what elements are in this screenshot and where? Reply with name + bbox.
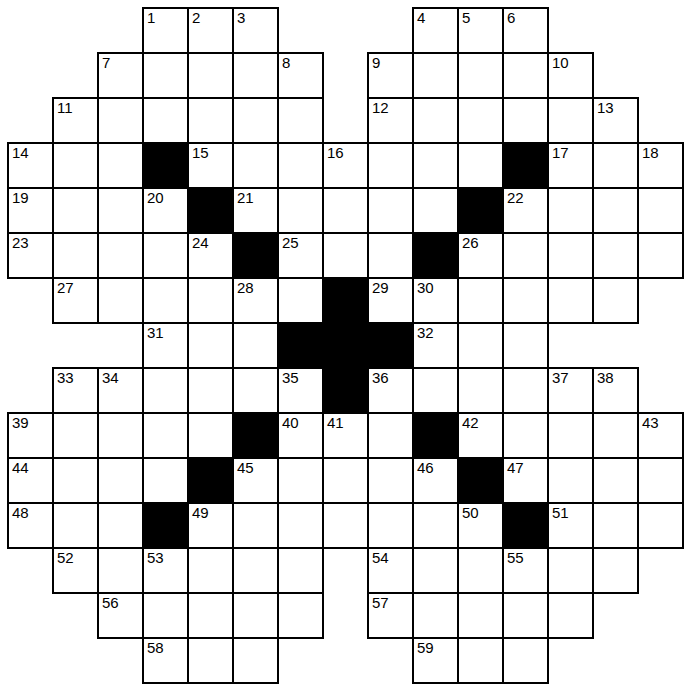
cell-r13c2[interactable]: 56: [97, 592, 144, 639]
cell-r10c11[interactable]: 47: [502, 457, 549, 504]
cell-r5c6[interactable]: 25: [277, 232, 324, 279]
cell-r10c12[interactable]: [547, 457, 594, 504]
cell-r14c5[interactable]: [232, 637, 279, 684]
clue-number-13: 13: [597, 100, 614, 115]
cell-r9c10[interactable]: 42: [457, 412, 504, 459]
black-cell-r11c3: [142, 502, 189, 549]
cell-r11c9[interactable]: [412, 502, 459, 549]
clue-number-5: 5: [462, 10, 470, 25]
clue-number-27: 27: [57, 280, 74, 295]
cell-r5c4[interactable]: 24: [187, 232, 234, 279]
black-cell-r3c11: [502, 142, 549, 189]
cell-r14c10[interactable]: [457, 637, 504, 684]
cell-r10c2[interactable]: [97, 457, 144, 504]
black-cell-r4c10: [457, 187, 504, 234]
clue-number-15: 15: [192, 145, 209, 160]
cell-r4c13[interactable]: [592, 187, 639, 234]
cell-r9c7[interactable]: 41: [322, 412, 369, 459]
cell-r5c11[interactable]: [502, 232, 549, 279]
clue-number-59: 59: [417, 640, 434, 655]
cell-r9c3[interactable]: [142, 412, 189, 459]
black-cell-r3c3: [142, 142, 189, 189]
clue-number-11: 11: [57, 100, 73, 115]
clue-number-24: 24: [192, 235, 209, 250]
cell-r10c6[interactable]: [277, 457, 324, 504]
cell-r6c10[interactable]: [457, 277, 504, 324]
clue-number-2: 2: [192, 10, 200, 25]
cell-r5c13[interactable]: [592, 232, 639, 279]
clue-number-10: 10: [552, 55, 569, 70]
cell-r11c5[interactable]: [232, 502, 279, 549]
cell-r2c4[interactable]: [187, 97, 234, 144]
cell-r0c5[interactable]: 3: [232, 7, 279, 54]
cell-r3c14[interactable]: 18: [637, 142, 684, 189]
clue-number-9: 9: [372, 55, 380, 70]
cell-r8c4[interactable]: [187, 367, 234, 414]
cell-r13c11[interactable]: [502, 592, 549, 639]
cell-r5c10[interactable]: 26: [457, 232, 504, 279]
black-cell-r5c5: [232, 232, 279, 279]
clue-number-3: 3: [237, 10, 245, 25]
cell-r6c2[interactable]: [97, 277, 144, 324]
cell-r7c9[interactable]: 32: [412, 322, 459, 369]
cell-r12c2[interactable]: [97, 547, 144, 594]
clue-number-31: 31: [147, 325, 164, 340]
cell-r5c1[interactable]: [52, 232, 99, 279]
cell-r4c6[interactable]: [277, 187, 324, 234]
cell-r3c10[interactable]: [457, 142, 504, 189]
cell-r11c0[interactable]: 48: [7, 502, 54, 549]
cell-r9c2[interactable]: [97, 412, 144, 459]
clue-number-57: 57: [372, 595, 389, 610]
cell-r2c13[interactable]: 13: [592, 97, 639, 144]
cell-r10c7[interactable]: [322, 457, 369, 504]
cell-r9c0[interactable]: 39: [7, 412, 54, 459]
cell-r3c8[interactable]: [367, 142, 414, 189]
cell-r14c9[interactable]: 59: [412, 637, 459, 684]
cell-r12c11[interactable]: 55: [502, 547, 549, 594]
cell-r1c6[interactable]: 8: [277, 52, 324, 99]
cell-r11c2[interactable]: [97, 502, 144, 549]
cell-r11c4[interactable]: 49: [187, 502, 234, 549]
cell-r4c3[interactable]: 20: [142, 187, 189, 234]
cell-r4c11[interactable]: 22: [502, 187, 549, 234]
cell-r9c12[interactable]: [547, 412, 594, 459]
clue-number-28: 28: [237, 280, 254, 295]
black-cell-r10c4: [187, 457, 234, 504]
cell-r1c4[interactable]: [187, 52, 234, 99]
cell-r8c13[interactable]: 38: [592, 367, 639, 414]
cell-r12c10[interactable]: [457, 547, 504, 594]
cell-r1c5[interactable]: [232, 52, 279, 99]
clue-number-17: 17: [552, 145, 569, 160]
black-cell-r7c8: [367, 322, 414, 369]
cell-r12c8[interactable]: 54: [367, 547, 414, 594]
clue-number-14: 14: [12, 145, 29, 160]
cell-r11c1[interactable]: [52, 502, 99, 549]
cell-r14c11[interactable]: [502, 637, 549, 684]
cell-r6c3[interactable]: [142, 277, 189, 324]
black-cell-r5c9: [412, 232, 459, 279]
cell-r7c11[interactable]: [502, 322, 549, 369]
clue-number-34: 34: [102, 370, 119, 385]
clue-number-49: 49: [192, 505, 209, 520]
cell-r4c8[interactable]: [367, 187, 414, 234]
cell-r4c12[interactable]: [547, 187, 594, 234]
black-cell-r9c9: [412, 412, 459, 459]
cell-r8c11[interactable]: [502, 367, 549, 414]
clue-number-12: 12: [372, 100, 389, 115]
cell-r3c6[interactable]: [277, 142, 324, 189]
cell-r6c12[interactable]: [547, 277, 594, 324]
cell-r10c13[interactable]: [592, 457, 639, 504]
clue-number-18: 18: [642, 145, 659, 160]
cell-r5c3[interactable]: [142, 232, 189, 279]
cell-r11c12[interactable]: 51: [547, 502, 594, 549]
cell-r7c3[interactable]: 31: [142, 322, 189, 369]
cell-r5c8[interactable]: [367, 232, 414, 279]
clue-number-41: 41: [327, 415, 344, 430]
cell-r11c7[interactable]: [322, 502, 369, 549]
clue-number-8: 8: [282, 55, 290, 70]
clue-number-29: 29: [372, 280, 389, 295]
cell-r12c13[interactable]: [592, 547, 639, 594]
clue-number-33: 33: [57, 370, 74, 385]
cell-r11c10[interactable]: 50: [457, 502, 504, 549]
cell-r1c11[interactable]: [502, 52, 549, 99]
clue-number-56: 56: [102, 595, 119, 610]
clue-number-38: 38: [597, 370, 614, 385]
cell-r4c2[interactable]: [97, 187, 144, 234]
cell-r8c5[interactable]: [232, 367, 279, 414]
cell-r8c10[interactable]: [457, 367, 504, 414]
cell-r3c12[interactable]: 17: [547, 142, 594, 189]
clue-number-23: 23: [12, 235, 29, 250]
clue-number-54: 54: [372, 550, 389, 565]
cell-r6c6[interactable]: [277, 277, 324, 324]
cell-r6c8[interactable]: 29: [367, 277, 414, 324]
cell-r13c5[interactable]: [232, 592, 279, 639]
cell-r13c6[interactable]: [277, 592, 324, 639]
cell-r6c13[interactable]: [592, 277, 639, 324]
cell-r10c5[interactable]: 45: [232, 457, 279, 504]
clue-number-58: 58: [147, 640, 164, 655]
clue-number-32: 32: [417, 325, 434, 340]
cell-r8c9[interactable]: [412, 367, 459, 414]
cell-r2c3[interactable]: [142, 97, 189, 144]
crossword-board: 1234567891011121314151617181920212223242…: [0, 0, 691, 691]
cell-r6c4[interactable]: [187, 277, 234, 324]
cell-r8c2[interactable]: 34: [97, 367, 144, 414]
cell-r2c9[interactable]: [412, 97, 459, 144]
clue-number-1: 1: [147, 10, 155, 25]
clue-number-52: 52: [57, 550, 74, 565]
cell-r9c4[interactable]: [187, 412, 234, 459]
clue-number-19: 19: [12, 190, 29, 205]
cell-r14c4[interactable]: [187, 637, 234, 684]
cell-r4c7[interactable]: [322, 187, 369, 234]
cell-r9c11[interactable]: [502, 412, 549, 459]
cell-r9c1[interactable]: [52, 412, 99, 459]
cell-r10c0[interactable]: 44: [7, 457, 54, 504]
clue-number-20: 20: [147, 190, 164, 205]
black-cell-r4c4: [187, 187, 234, 234]
cell-r7c10[interactable]: [457, 322, 504, 369]
clue-number-50: 50: [462, 505, 479, 520]
cell-r12c12[interactable]: [547, 547, 594, 594]
cell-r13c10[interactable]: [457, 592, 504, 639]
cell-r2c1[interactable]: 11: [52, 97, 99, 144]
cell-r1c8[interactable]: 9: [367, 52, 414, 99]
cell-r10c14[interactable]: [637, 457, 684, 504]
cell-r8c6[interactable]: 35: [277, 367, 324, 414]
cell-r12c5[interactable]: [232, 547, 279, 594]
clue-number-7: 7: [102, 55, 110, 70]
cell-r6c5[interactable]: 28: [232, 277, 279, 324]
cell-r11c14[interactable]: [637, 502, 684, 549]
cell-r8c12[interactable]: 37: [547, 367, 594, 414]
cell-r5c0[interactable]: 23: [7, 232, 54, 279]
cell-r1c10[interactable]: [457, 52, 504, 99]
cell-r3c7[interactable]: 16: [322, 142, 369, 189]
cell-r2c5[interactable]: [232, 97, 279, 144]
cell-r5c2[interactable]: [97, 232, 144, 279]
black-cell-r9c5: [232, 412, 279, 459]
cell-r8c1[interactable]: 33: [52, 367, 99, 414]
clue-number-46: 46: [417, 460, 434, 475]
cell-r2c10[interactable]: [457, 97, 504, 144]
cell-r13c4[interactable]: [187, 592, 234, 639]
cell-r6c1[interactable]: 27: [52, 277, 99, 324]
cell-r10c3[interactable]: [142, 457, 189, 504]
black-cell-r8c7: [322, 367, 369, 414]
cell-r9c6[interactable]: 40: [277, 412, 324, 459]
cell-r3c2[interactable]: [97, 142, 144, 189]
cell-r3c13[interactable]: [592, 142, 639, 189]
clue-number-53: 53: [147, 550, 164, 565]
cell-r4c0[interactable]: 19: [7, 187, 54, 234]
cell-r12c4[interactable]: [187, 547, 234, 594]
cell-r10c9[interactable]: 46: [412, 457, 459, 504]
cell-r0c11[interactable]: 6: [502, 7, 549, 54]
cell-r0c4[interactable]: 2: [187, 7, 234, 54]
clue-number-40: 40: [282, 415, 299, 430]
cell-r11c6[interactable]: [277, 502, 324, 549]
cell-r9c14[interactable]: 43: [637, 412, 684, 459]
cell-r8c3[interactable]: [142, 367, 189, 414]
cell-r9c8[interactable]: [367, 412, 414, 459]
black-cell-r6c7: [322, 277, 369, 324]
cell-r1c3[interactable]: [142, 52, 189, 99]
cell-r0c9[interactable]: 4: [412, 7, 459, 54]
cell-r11c8[interactable]: [367, 502, 414, 549]
cell-r4c5[interactable]: 21: [232, 187, 279, 234]
cell-r10c1[interactable]: [52, 457, 99, 504]
clue-number-22: 22: [507, 190, 524, 205]
cell-r2c8[interactable]: 12: [367, 97, 414, 144]
clue-number-48: 48: [12, 505, 29, 520]
cell-r5c12[interactable]: [547, 232, 594, 279]
crossword-page: 1234567891011121314151617181920212223242…: [0, 0, 695, 695]
cell-r9c13[interactable]: [592, 412, 639, 459]
cell-r4c14[interactable]: [637, 187, 684, 234]
clue-number-39: 39: [12, 415, 29, 430]
clue-number-25: 25: [282, 235, 299, 250]
black-cell-r7c6: [277, 322, 324, 369]
cell-r11c13[interactable]: [592, 502, 639, 549]
cell-r2c2[interactable]: [97, 97, 144, 144]
cell-r1c2[interactable]: 7: [97, 52, 144, 99]
cell-r8c8[interactable]: 36: [367, 367, 414, 414]
clue-number-42: 42: [462, 415, 479, 430]
clue-number-55: 55: [507, 550, 524, 565]
clue-number-26: 26: [462, 235, 479, 250]
black-cell-r11c11: [502, 502, 549, 549]
clue-number-4: 4: [417, 10, 425, 25]
cell-r10c8[interactable]: [367, 457, 414, 504]
black-cell-r7c7: [322, 322, 369, 369]
clue-number-30: 30: [417, 280, 434, 295]
cell-r14c3[interactable]: 58: [142, 637, 189, 684]
cell-r12c6[interactable]: [277, 547, 324, 594]
clue-number-37: 37: [552, 370, 569, 385]
cell-r0c3[interactable]: 1: [142, 7, 189, 54]
cell-r7c4[interactable]: [187, 322, 234, 369]
cell-r0c10[interactable]: 5: [457, 7, 504, 54]
clue-number-16: 16: [327, 145, 344, 160]
clue-number-43: 43: [642, 415, 659, 430]
clue-number-44: 44: [12, 460, 29, 475]
cell-r1c9[interactable]: [412, 52, 459, 99]
cell-r6c9[interactable]: 30: [412, 277, 459, 324]
black-cell-r10c10: [457, 457, 504, 504]
cell-r3c9[interactable]: [412, 142, 459, 189]
cell-r13c9[interactable]: [412, 592, 459, 639]
cell-r13c12[interactable]: [547, 592, 594, 639]
cell-r3c0[interactable]: 14: [7, 142, 54, 189]
cell-r6c11[interactable]: [502, 277, 549, 324]
cell-r5c7[interactable]: [322, 232, 369, 279]
cell-r1c12[interactable]: 10: [547, 52, 594, 99]
cell-r13c8[interactable]: 57: [367, 592, 414, 639]
clue-number-6: 6: [507, 10, 515, 25]
clue-number-47: 47: [507, 460, 524, 475]
clue-number-21: 21: [237, 190, 254, 205]
clue-number-45: 45: [237, 460, 254, 475]
cell-r2c6[interactable]: [277, 97, 324, 144]
cell-r3c4[interactable]: 15: [187, 142, 234, 189]
cell-r4c9[interactable]: [412, 187, 459, 234]
cell-r3c1[interactable]: [52, 142, 99, 189]
cell-r5c14[interactable]: [637, 232, 684, 279]
cell-r3c5[interactable]: [232, 142, 279, 189]
cell-r2c12[interactable]: [547, 97, 594, 144]
cell-r4c1[interactable]: [52, 187, 99, 234]
cell-r12c3[interactable]: 53: [142, 547, 189, 594]
cell-r2c11[interactable]: [502, 97, 549, 144]
cell-r7c5[interactable]: [232, 322, 279, 369]
cell-r13c3[interactable]: [142, 592, 189, 639]
clue-number-35: 35: [282, 370, 299, 385]
clue-number-51: 51: [552, 505, 569, 520]
cell-r12c9[interactable]: [412, 547, 459, 594]
clue-number-36: 36: [372, 370, 389, 385]
cell-r12c1[interactable]: 52: [52, 547, 99, 594]
